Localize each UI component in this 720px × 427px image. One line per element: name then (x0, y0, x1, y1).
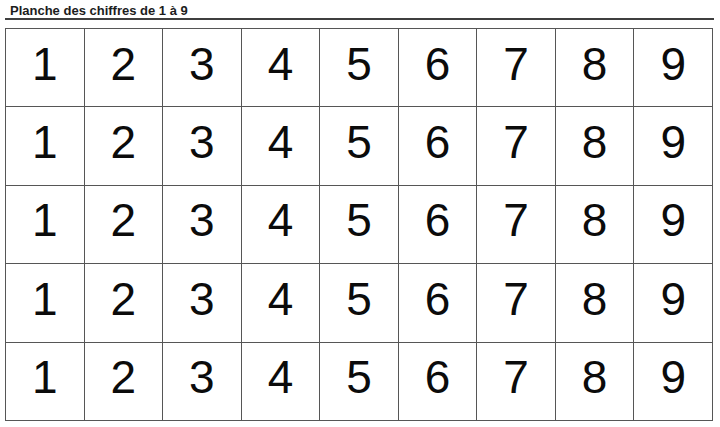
board-cell-r4-c3: 3 (163, 264, 242, 342)
board-cell-r5-c6: 6 (399, 343, 478, 421)
board-cell-r3-c7: 7 (477, 186, 556, 264)
board-cell-r1-c1: 1 (6, 29, 85, 107)
board-cell-r4-c9: 9 (634, 264, 713, 342)
board-cell-r3-c2: 2 (85, 186, 164, 264)
board-cell-r2-c9: 9 (634, 107, 713, 185)
board-cell-r4-c6: 6 (399, 264, 478, 342)
board-cell-r4-c2: 2 (85, 264, 164, 342)
board-cell-r2-c8: 8 (556, 107, 635, 185)
board-cell-r2-c4: 4 (242, 107, 321, 185)
board-cell-r1-c6: 6 (399, 29, 478, 107)
board-cell-r3-c1: 1 (6, 186, 85, 264)
board-cell-r5-c5: 5 (320, 343, 399, 421)
board-cell-r4-c8: 8 (556, 264, 635, 342)
board-cell-r2-c7: 7 (477, 107, 556, 185)
board-cell-r3-c6: 6 (399, 186, 478, 264)
board-cell-r3-c3: 3 (163, 186, 242, 264)
board-cell-r3-c5: 5 (320, 186, 399, 264)
board-cell-r1-c8: 8 (556, 29, 635, 107)
board-cell-r5-c3: 3 (163, 343, 242, 421)
board-cell-r5-c9: 9 (634, 343, 713, 421)
board-cell-r4-c5: 5 (320, 264, 399, 342)
board: 1234567891234567891234567891234567891234… (5, 28, 713, 421)
board-cell-r5-c7: 7 (477, 343, 556, 421)
board-cell-r4-c7: 7 (477, 264, 556, 342)
page-title: Planche des chiffres de 1 à 9 (10, 3, 188, 18)
board-cell-r2-c5: 5 (320, 107, 399, 185)
board-cell-r3-c4: 4 (242, 186, 321, 264)
board-cell-r1-c2: 2 (85, 29, 164, 107)
board-cell-r2-c3: 3 (163, 107, 242, 185)
board-cell-r5-c4: 4 (242, 343, 321, 421)
board-cell-r4-c4: 4 (242, 264, 321, 342)
board-cell-r5-c8: 8 (556, 343, 635, 421)
board-cell-r3-c8: 8 (556, 186, 635, 264)
board-cell-r2-c6: 6 (399, 107, 478, 185)
board-cell-r3-c9: 9 (634, 186, 713, 264)
board-cell-r1-c4: 4 (242, 29, 321, 107)
board-cell-r2-c1: 1 (6, 107, 85, 185)
board-cell-r5-c2: 2 (85, 343, 164, 421)
title-rule (5, 18, 714, 20)
board-cell-r1-c5: 5 (320, 29, 399, 107)
board-cell-r1-c9: 9 (634, 29, 713, 107)
board-cell-r2-c2: 2 (85, 107, 164, 185)
board-cell-r1-c7: 7 (477, 29, 556, 107)
board-cell-r4-c1: 1 (6, 264, 85, 342)
board-cell-r1-c3: 3 (163, 29, 242, 107)
board-cell-r5-c1: 1 (6, 343, 85, 421)
